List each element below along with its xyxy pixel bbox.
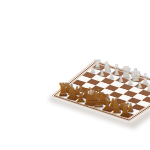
piece-white-pawn-c2: ♟ [109, 71, 115, 81]
piece-white-pawn-d2: ♟ [118, 74, 124, 84]
piece-brown-rook-h8: ♜ [119, 99, 131, 121]
piece-white-pawn-g2: ♟ [146, 83, 150, 93]
piece-white-pawn-e2: ♟ [128, 77, 134, 87]
piece-white-pawn-a2: ♟ [90, 65, 96, 75]
piece-white-pawn-b2: ♟ [99, 68, 105, 78]
piece-white-pawn-f2: ♟ [137, 80, 143, 90]
chess-set-product-photo: ♜♞♝♛♚♝♞♜♟♟♟♟♟♟♟♟♟♟♟♟♟♟♟♟♜♞♝♛♚♝♞♜ [40, 16, 150, 150]
chessboard: ♜♞♝♛♚♝♞♜♟♟♟♟♟♟♟♟♟♟♟♟♟♟♟♟♜♞♝♛♚♝♞♜ [40, 16, 150, 150]
